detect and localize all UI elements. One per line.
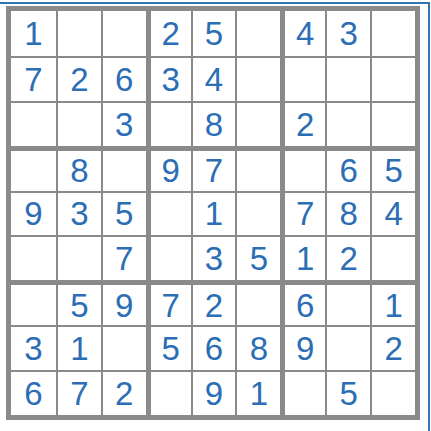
given-digit: 1	[384, 289, 402, 322]
given-digit: 7	[115, 242, 133, 275]
given-digit: 7	[24, 63, 42, 96]
cell-r4c6[interactable]	[235, 146, 280, 191]
given-digit: 7	[205, 154, 223, 187]
cell-r2c2[interactable]: 2	[56, 56, 101, 101]
given-digit: 4	[384, 197, 402, 230]
cell-r3c2[interactable]	[56, 101, 101, 146]
given-digit: 3	[339, 17, 357, 50]
cell-r6c7[interactable]: 1	[280, 235, 325, 280]
sudoku-board: 1254372634382897659351784735125972613156…	[6, 6, 420, 420]
cell-r8c2[interactable]: 1	[56, 325, 101, 370]
cell-r1c9[interactable]	[370, 11, 415, 56]
cell-r4c4[interactable]: 9	[146, 146, 191, 191]
cell-r3c5[interactable]: 8	[191, 101, 236, 146]
cell-r7c5[interactable]: 2	[191, 280, 236, 325]
cell-r5c5[interactable]: 1	[191, 191, 236, 236]
cell-r7c6[interactable]	[235, 280, 280, 325]
cell-r9c9[interactable]	[370, 370, 415, 415]
cell-r6c9[interactable]	[370, 235, 415, 280]
cell-r7c3[interactable]: 9	[101, 280, 146, 325]
frame-right-border	[428, 2, 430, 431]
given-digit: 3	[24, 332, 42, 365]
cell-r4c2[interactable]: 8	[56, 146, 101, 191]
cell-r2c7[interactable]	[280, 56, 325, 101]
given-digit: 6	[115, 63, 133, 96]
given-digit: 2	[296, 108, 314, 141]
cell-r9c7[interactable]	[280, 370, 325, 415]
given-digit: 5	[384, 154, 402, 187]
cell-r4c1[interactable]	[11, 146, 56, 191]
cell-r3c7[interactable]: 2	[280, 101, 325, 146]
cell-r7c9[interactable]: 1	[370, 280, 415, 325]
given-digit: 2	[161, 17, 179, 50]
given-digit: 5	[161, 332, 179, 365]
cell-r4c5[interactable]: 7	[191, 146, 236, 191]
cell-r6c4[interactable]	[146, 235, 191, 280]
given-digit: 1	[70, 332, 88, 365]
cell-r1c3[interactable]	[101, 11, 146, 56]
cell-r8c3[interactable]	[101, 325, 146, 370]
given-digit: 8	[339, 197, 357, 230]
given-digit: 5	[115, 197, 133, 230]
given-digit: 7	[70, 377, 88, 410]
cell-r2c3[interactable]: 6	[101, 56, 146, 101]
given-digit: 9	[115, 289, 133, 322]
cell-r7c1[interactable]	[11, 280, 56, 325]
cell-r1c1[interactable]: 1	[11, 11, 56, 56]
cell-r7c8[interactable]	[325, 280, 370, 325]
cell-r9c4[interactable]	[146, 370, 191, 415]
given-digit: 8	[250, 332, 268, 365]
cell-r6c2[interactable]	[56, 235, 101, 280]
cell-r7c7[interactable]: 6	[280, 280, 325, 325]
cell-r8c1[interactable]: 3	[11, 325, 56, 370]
cell-r9c2[interactable]: 7	[56, 370, 101, 415]
frame-top-border	[0, 2, 430, 4]
cell-r5c4[interactable]	[146, 191, 191, 236]
cell-r9c8[interactable]: 5	[325, 370, 370, 415]
cell-r6c1[interactable]	[11, 235, 56, 280]
given-digit: 9	[24, 197, 42, 230]
cell-r6c6[interactable]: 5	[235, 235, 280, 280]
cell-r8c7[interactable]: 9	[280, 325, 325, 370]
given-digit: 9	[161, 154, 179, 187]
cell-r9c3[interactable]: 2	[101, 370, 146, 415]
given-digit: 6	[339, 154, 357, 187]
given-digit: 3	[205, 242, 223, 275]
cell-r3c4[interactable]	[146, 101, 191, 146]
given-digit: 2	[115, 377, 133, 410]
given-digit: 6	[296, 289, 314, 322]
cell-r9c6[interactable]: 1	[235, 370, 280, 415]
cell-r5c1[interactable]: 9	[11, 191, 56, 236]
given-digit: 3	[115, 108, 133, 141]
given-digit: 2	[339, 242, 357, 275]
given-digit: 9	[205, 377, 223, 410]
given-digit: 8	[70, 154, 88, 187]
cell-r1c7[interactable]: 4	[280, 11, 325, 56]
cell-r1c2[interactable]	[56, 11, 101, 56]
cell-r3c8[interactable]	[325, 101, 370, 146]
cell-r5c3[interactable]: 5	[101, 191, 146, 236]
cell-r5c8[interactable]: 8	[325, 191, 370, 236]
cell-r4c7[interactable]	[280, 146, 325, 191]
given-digit: 4	[296, 17, 314, 50]
cell-r2c5[interactable]: 4	[191, 56, 236, 101]
given-digit: 3	[70, 197, 88, 230]
cell-r2c8[interactable]	[325, 56, 370, 101]
cell-r8c6[interactable]: 8	[235, 325, 280, 370]
cell-r2c4[interactable]: 3	[146, 56, 191, 101]
cell-r3c1[interactable]	[11, 101, 56, 146]
cell-r8c5[interactable]: 6	[191, 325, 236, 370]
cell-r5c9[interactable]: 4	[370, 191, 415, 236]
given-digit: 9	[296, 332, 314, 365]
given-digit: 1	[296, 242, 314, 275]
given-digit: 2	[70, 63, 88, 96]
cell-r1c4[interactable]: 2	[146, 11, 191, 56]
cell-r5c2[interactable]: 3	[56, 191, 101, 236]
cell-r4c8[interactable]: 6	[325, 146, 370, 191]
given-digit: 6	[205, 332, 223, 365]
cell-r2c1[interactable]: 7	[11, 56, 56, 101]
cell-r9c5[interactable]: 9	[191, 370, 236, 415]
cell-r8c4[interactable]: 5	[146, 325, 191, 370]
cell-r3c6[interactable]	[235, 101, 280, 146]
given-digit: 5	[250, 242, 268, 275]
cell-r8c8[interactable]	[325, 325, 370, 370]
given-digit: 2	[384, 332, 402, 365]
given-digit: 7	[161, 289, 179, 322]
given-digit: 2	[205, 289, 223, 322]
cell-r6c3[interactable]: 7	[101, 235, 146, 280]
given-digit: 6	[24, 377, 42, 410]
cell-r7c2[interactable]: 5	[56, 280, 101, 325]
cell-r9c1[interactable]: 6	[11, 370, 56, 415]
cell-r5c6[interactable]	[235, 191, 280, 236]
cell-r1c8[interactable]: 3	[325, 11, 370, 56]
cell-r2c9[interactable]	[370, 56, 415, 101]
cell-r3c3[interactable]: 3	[101, 101, 146, 146]
given-digit: 1	[250, 377, 268, 410]
given-digit: 5	[339, 377, 357, 410]
given-digit: 4	[205, 63, 223, 96]
cell-r1c5[interactable]: 5	[191, 11, 236, 56]
given-digit: 7	[296, 197, 314, 230]
cell-r4c3[interactable]	[101, 146, 146, 191]
cell-r8c9[interactable]: 2	[370, 325, 415, 370]
cell-r3c9[interactable]	[370, 101, 415, 146]
given-digit: 5	[70, 289, 88, 322]
cell-r6c5[interactable]: 3	[191, 235, 236, 280]
given-digit: 5	[205, 17, 223, 50]
given-digit: 8	[205, 108, 223, 141]
given-digit: 1	[205, 197, 223, 230]
cell-r5c7[interactable]: 7	[280, 191, 325, 236]
given-digit: 3	[161, 63, 179, 96]
sudoku-page: 1254372634382897659351784735125972613156…	[0, 0, 431, 431]
cell-r7c4[interactable]: 7	[146, 280, 191, 325]
given-digit: 1	[24, 17, 42, 50]
cell-r2c6[interactable]	[235, 56, 280, 101]
cell-r4c9[interactable]: 5	[370, 146, 415, 191]
cell-r1c6[interactable]	[235, 11, 280, 56]
cell-r6c8[interactable]: 2	[325, 235, 370, 280]
